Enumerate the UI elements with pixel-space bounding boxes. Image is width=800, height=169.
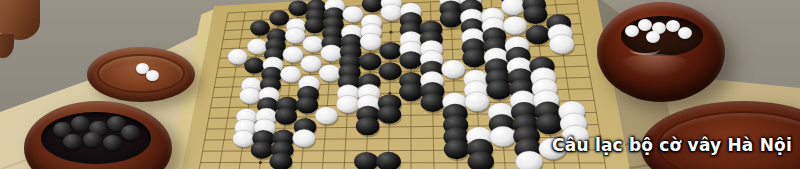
black-stone [526,25,551,44]
black-stone [103,135,122,150]
white-stone [300,55,321,72]
black-stone [304,17,325,33]
black-stone [379,62,402,80]
white-stone [239,88,260,104]
white-stone [285,27,306,43]
white-stone [319,65,341,82]
black-stone [440,10,463,28]
black-stone [379,42,401,59]
white-stone [678,27,692,39]
white-stone [228,49,248,65]
black-stone [251,141,273,158]
black-stone [399,83,423,101]
star-point [259,161,262,164]
black-stone [63,134,82,149]
go-club-photo: Câu lạc bộ cờ vây Hà Nội [0,0,800,169]
black-stone [444,139,470,159]
black-stone [250,20,270,35]
white-stone [280,66,301,83]
bowl-opening [41,112,151,164]
black-stone [121,125,140,140]
black-stone [359,53,381,70]
white-stone [293,129,316,147]
white-stone [146,70,159,81]
white-stone [336,95,359,113]
black-stone [83,132,102,147]
bowl-lid-with-white-stones [87,47,195,102]
black-stone [536,113,563,134]
black-stone [288,0,308,16]
black-stone [269,10,289,26]
black-stone [421,93,445,112]
star-point [389,31,392,34]
black-stone [486,80,511,100]
black-stone [275,108,297,125]
white-stone [549,34,574,54]
white-stone [302,36,323,52]
white-stone [360,33,382,50]
white-stone [380,4,402,21]
black-stone [71,116,90,131]
white-stone [625,25,639,37]
white-stone [503,16,527,35]
white-stone [490,126,516,146]
bowl-gloss-highlight [615,54,694,80]
white-stone [646,31,660,43]
black-stone [462,49,486,68]
black-stone [377,105,401,124]
black-stone [523,5,547,24]
black-stone [399,51,422,69]
white-stones-bowl [597,2,725,102]
white-stone [320,45,341,62]
white-stone [441,60,465,79]
white-stone [638,19,652,31]
white-stone [283,46,304,62]
white-stone [315,107,338,125]
black-stone [296,96,318,113]
caption-text: Câu lạc bộ cờ vây Hà Nội [552,135,792,155]
white-stone [247,39,267,55]
black-stone [356,117,380,135]
white-stone [342,6,363,22]
white-stone [465,92,490,111]
white-stone [233,130,255,147]
black-stone [244,58,264,74]
